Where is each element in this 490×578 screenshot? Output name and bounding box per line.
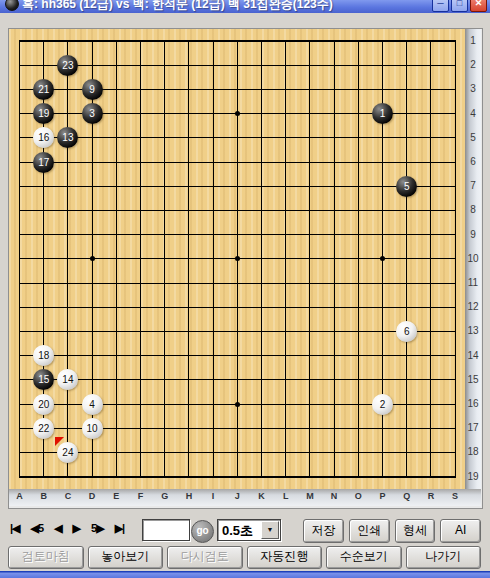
row-label-11: 11 [466, 277, 480, 288]
row-label-18: 18 [466, 446, 480, 457]
stone-black-9: 9 [82, 79, 103, 100]
column-label-I: I [205, 491, 221, 501]
move-order-button[interactable]: 수순보기 [326, 546, 402, 569]
stone-move-number: 4 [82, 394, 103, 415]
stone-move-number: 1 [372, 103, 393, 124]
try-moves-button[interactable]: 놓아보기 [88, 546, 164, 569]
stone-move-number: 23 [57, 55, 78, 76]
stone-move-number: 13 [57, 127, 78, 148]
nav-forward1-button[interactable]: ▶ [73, 522, 80, 535]
go-board-surface[interactable]: 123456910131415161718192021222324 [9, 29, 465, 489]
stone-move-number: 2 [372, 394, 393, 415]
stone-move-number: 9 [82, 79, 103, 100]
stone-black-5: 5 [396, 176, 417, 197]
nav-back5-button[interactable]: ◀5 [31, 522, 44, 535]
stone-black-23: 23 [57, 55, 78, 76]
stone-black-1: 1 [372, 103, 393, 124]
stone-white-16: 16 [33, 127, 54, 148]
row-label-13: 13 [466, 325, 480, 336]
auto-play-button[interactable]: 자동진행 [247, 546, 323, 569]
stone-move-number: 16 [33, 127, 54, 148]
column-label-D: D [84, 491, 100, 501]
column-label-F: F [133, 491, 149, 501]
go-stone-icon [5, 0, 19, 11]
column-label-R: R [423, 491, 439, 501]
title-bar: 흑: hh365 (12급) vs 백: 한석문 (12급) 백 31집완승(1… [0, 0, 490, 13]
column-label-H: H [181, 491, 197, 501]
star-point [90, 256, 95, 261]
stone-move-number: 18 [33, 345, 54, 366]
row-label-14: 14 [466, 350, 480, 361]
ai-button[interactable]: AI [440, 519, 481, 543]
row-label-12: 12 [466, 301, 480, 312]
stone-black-19: 19 [33, 103, 54, 124]
stone-white-6: 6 [396, 321, 417, 342]
row-label-6: 6 [466, 156, 480, 167]
row-label-3: 3 [466, 83, 480, 94]
delay-select-value: 0.5초 [222, 522, 253, 540]
row-label-17: 17 [466, 422, 480, 433]
stone-move-number: 3 [82, 103, 103, 124]
nav-last-button[interactable]: ▶| [115, 522, 125, 535]
last-move-marker-icon [55, 437, 64, 446]
column-label-L: L [278, 491, 294, 501]
row-label-4: 4 [466, 108, 480, 119]
stone-black-21: 21 [33, 79, 54, 100]
re-review-button: 다시검토 [167, 546, 243, 569]
stone-white-18: 18 [33, 345, 54, 366]
stone-move-number: 19 [33, 103, 54, 124]
stone-white-20: 20 [33, 394, 54, 415]
column-label-J: J [229, 491, 245, 501]
column-coordinate-strip: ABCDEFGHIJKLMNOPQRS [9, 489, 481, 506]
stone-white-24: 24 [57, 442, 78, 463]
window-bottom-border [0, 571, 490, 578]
stone-move-number: 5 [396, 176, 417, 197]
column-label-G: G [157, 491, 173, 501]
row-label-2: 2 [466, 59, 480, 70]
stone-move-number: 17 [33, 152, 54, 173]
column-label-S: S [447, 491, 463, 501]
stone-black-15: 15 [33, 369, 54, 390]
territory-button[interactable]: 형세 [395, 519, 436, 543]
column-label-O: O [350, 491, 366, 501]
stone-white-4: 4 [82, 394, 103, 415]
row-label-15: 15 [466, 374, 480, 385]
row-label-1: 1 [466, 35, 480, 46]
column-label-A: A [12, 491, 28, 501]
replay-toolbar: |◀ ◀5 ◀ ▶ 5▶ ▶| go 0.5초 ▼ 저장 인쇄 형세 AI [8, 519, 481, 543]
star-point [235, 111, 240, 116]
stone-black-3: 3 [82, 103, 103, 124]
stone-move-number: 21 [33, 79, 54, 100]
minimize-button[interactable]: ─ [432, 0, 449, 12]
stone-white-2: 2 [372, 394, 393, 415]
row-label-19: 19 [466, 471, 480, 482]
move-number-input[interactable] [142, 519, 190, 541]
stone-black-13: 13 [57, 127, 78, 148]
row-label-7: 7 [466, 180, 480, 191]
stone-white-22: 22 [33, 418, 54, 439]
row-label-9: 9 [466, 229, 480, 240]
window-title: 흑: hh365 (12급) vs 백: 한석문 (12급) 백 31집완승(1… [22, 0, 333, 13]
row-label-5: 5 [466, 132, 480, 143]
stone-move-number: 20 [33, 394, 54, 415]
column-label-N: N [326, 491, 342, 501]
stone-move-number: 6 [396, 321, 417, 342]
stone-white-10: 10 [82, 418, 103, 439]
column-label-K: K [254, 491, 270, 501]
row-label-16: 16 [466, 398, 480, 409]
column-label-M: M [302, 491, 318, 501]
column-label-Q: Q [399, 491, 415, 501]
stone-move-number: 14 [57, 369, 78, 390]
delay-select[interactable]: 0.5초 ▼ [217, 519, 281, 541]
save-button[interactable]: 저장 [303, 519, 344, 543]
row-coordinate-strip: 12345678910111213141516171819 [465, 29, 481, 489]
nav-back1-button[interactable]: ◀ [54, 522, 61, 535]
board-panel: 123456910131415161718192021222324 123456… [8, 28, 483, 509]
column-label-P: P [375, 491, 391, 501]
exit-button[interactable]: 나가기 [406, 546, 482, 569]
stone-move-number: 10 [82, 418, 103, 439]
column-label-E: E [108, 491, 124, 501]
review-toolbar: 검토마침 놓아보기 다시검토 자동진행 수순보기 나가기 [8, 546, 481, 568]
stone-white-14: 14 [57, 369, 78, 390]
go-button[interactable]: go [191, 520, 214, 543]
finish-review-button: 검토마침 [8, 546, 84, 569]
stone-move-number: 15 [33, 369, 54, 390]
chevron-down-icon[interactable]: ▼ [261, 521, 279, 539]
print-button[interactable]: 인쇄 [349, 519, 390, 543]
maximize-button[interactable]: □ [451, 0, 468, 12]
stone-move-number: 22 [33, 418, 54, 439]
nav-first-button[interactable]: |◀ [10, 522, 20, 535]
column-label-C: C [60, 491, 76, 501]
nav-forward5-button[interactable]: 5▶ [91, 522, 104, 535]
stone-black-17: 17 [33, 152, 54, 173]
row-label-8: 8 [466, 204, 480, 215]
star-point [235, 402, 240, 407]
column-label-B: B [36, 491, 52, 501]
close-button[interactable]: ✕ [470, 0, 487, 12]
row-label-10: 10 [466, 253, 480, 264]
